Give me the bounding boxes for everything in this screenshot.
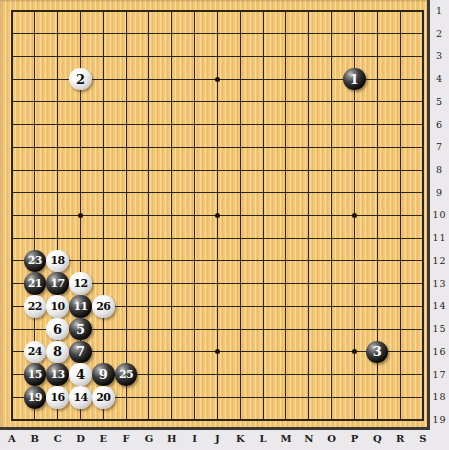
intersection-J2[interactable] xyxy=(206,22,229,45)
intersection-G19[interactable] xyxy=(138,409,161,432)
intersection-H15[interactable] xyxy=(160,318,183,341)
intersection-C17[interactable]: 13 xyxy=(46,363,69,386)
intersection-P10[interactable] xyxy=(343,204,366,227)
intersection-O9[interactable] xyxy=(320,181,343,204)
intersection-G7[interactable] xyxy=(138,136,161,159)
intersection-C16[interactable]: 8 xyxy=(46,340,69,363)
intersection-O16[interactable] xyxy=(320,340,343,363)
intersection-P9[interactable] xyxy=(343,181,366,204)
intersection-H5[interactable] xyxy=(160,91,183,114)
intersection-O3[interactable] xyxy=(320,45,343,68)
intersection-O17[interactable] xyxy=(320,363,343,386)
intersection-B3[interactable] xyxy=(23,45,46,68)
stone-white-18[interactable]: 18 xyxy=(46,250,69,273)
intersection-J18[interactable] xyxy=(206,386,229,409)
intersection-O19[interactable] xyxy=(320,409,343,432)
intersection-O11[interactable] xyxy=(320,227,343,250)
intersection-A18[interactable] xyxy=(1,386,24,409)
intersection-F8[interactable] xyxy=(115,159,138,182)
intersection-Q9[interactable] xyxy=(366,181,389,204)
intersection-K6[interactable] xyxy=(229,113,252,136)
intersection-Q2[interactable] xyxy=(366,22,389,45)
intersection-O6[interactable] xyxy=(320,113,343,136)
intersection-B5[interactable] xyxy=(23,91,46,114)
intersection-J4[interactable] xyxy=(206,68,229,91)
intersection-H12[interactable] xyxy=(160,250,183,273)
intersection-N19[interactable] xyxy=(297,409,320,432)
intersection-K16[interactable] xyxy=(229,340,252,363)
intersection-L10[interactable] xyxy=(252,204,275,227)
intersection-Q6[interactable] xyxy=(366,113,389,136)
intersection-E9[interactable] xyxy=(92,181,115,204)
intersection-I8[interactable] xyxy=(183,159,206,182)
intersection-F14[interactable] xyxy=(115,295,138,318)
intersection-A9[interactable] xyxy=(1,181,24,204)
intersection-A2[interactable] xyxy=(1,22,24,45)
intersection-K2[interactable] xyxy=(229,22,252,45)
intersection-B18[interactable]: 19 xyxy=(23,386,46,409)
intersection-B1[interactable] xyxy=(23,0,46,22)
intersection-A6[interactable] xyxy=(1,113,24,136)
intersection-R18[interactable] xyxy=(389,386,412,409)
intersection-C10[interactable] xyxy=(46,204,69,227)
intersection-L18[interactable] xyxy=(252,386,275,409)
intersection-F18[interactable] xyxy=(115,386,138,409)
intersection-E3[interactable] xyxy=(92,45,115,68)
intersection-G4[interactable] xyxy=(138,68,161,91)
intersection-R8[interactable] xyxy=(389,159,412,182)
intersection-C18[interactable]: 16 xyxy=(46,386,69,409)
stone-black-13[interactable]: 13 xyxy=(46,363,69,386)
intersection-I17[interactable] xyxy=(183,363,206,386)
stone-white-4[interactable]: 4 xyxy=(69,363,92,386)
intersection-B10[interactable] xyxy=(23,204,46,227)
intersection-K15[interactable] xyxy=(229,318,252,341)
intersection-P1[interactable] xyxy=(343,0,366,22)
intersection-B11[interactable] xyxy=(23,227,46,250)
intersection-P15[interactable] xyxy=(343,318,366,341)
stone-white-6[interactable]: 6 xyxy=(46,318,69,341)
intersection-Q19[interactable] xyxy=(366,409,389,432)
intersection-I15[interactable] xyxy=(183,318,206,341)
intersection-R14[interactable] xyxy=(389,295,412,318)
intersection-Q12[interactable] xyxy=(366,250,389,273)
intersection-Q15[interactable] xyxy=(366,318,389,341)
intersection-R10[interactable] xyxy=(389,204,412,227)
intersection-A19[interactable] xyxy=(1,409,24,432)
intersection-N8[interactable] xyxy=(297,159,320,182)
intersection-G8[interactable] xyxy=(138,159,161,182)
intersection-H11[interactable] xyxy=(160,227,183,250)
intersection-I3[interactable] xyxy=(183,45,206,68)
intersection-P19[interactable] xyxy=(343,409,366,432)
intersection-H16[interactable] xyxy=(160,340,183,363)
stone-black-11[interactable]: 11 xyxy=(69,295,92,318)
stone-white-20[interactable]: 20 xyxy=(92,386,115,409)
intersection-L7[interactable] xyxy=(252,136,275,159)
stone-black-25[interactable]: 25 xyxy=(115,363,138,386)
intersection-C13[interactable]: 17 xyxy=(46,272,69,295)
intersection-P13[interactable] xyxy=(343,272,366,295)
intersection-G16[interactable] xyxy=(138,340,161,363)
intersection-F3[interactable] xyxy=(115,45,138,68)
intersection-Q11[interactable] xyxy=(366,227,389,250)
intersection-J10[interactable] xyxy=(206,204,229,227)
intersection-H7[interactable] xyxy=(160,136,183,159)
intersection-C7[interactable] xyxy=(46,136,69,159)
intersection-R13[interactable] xyxy=(389,272,412,295)
intersection-E13[interactable] xyxy=(92,272,115,295)
intersection-P11[interactable] xyxy=(343,227,366,250)
intersection-A4[interactable] xyxy=(1,68,24,91)
intersection-G18[interactable] xyxy=(138,386,161,409)
intersection-E16[interactable] xyxy=(92,340,115,363)
intersection-J17[interactable] xyxy=(206,363,229,386)
intersection-C14[interactable]: 10 xyxy=(46,295,69,318)
intersection-B8[interactable] xyxy=(23,159,46,182)
stone-white-16[interactable]: 16 xyxy=(46,386,69,409)
intersection-F12[interactable] xyxy=(115,250,138,273)
intersection-R19[interactable] xyxy=(389,409,412,432)
intersection-K7[interactable] xyxy=(229,136,252,159)
intersection-L17[interactable] xyxy=(252,363,275,386)
intersection-R16[interactable] xyxy=(389,340,412,363)
intersection-I2[interactable] xyxy=(183,22,206,45)
intersection-D13[interactable]: 12 xyxy=(69,272,92,295)
intersection-P4[interactable]: 1 xyxy=(343,68,366,91)
intersection-F9[interactable] xyxy=(115,181,138,204)
intersection-R17[interactable] xyxy=(389,363,412,386)
intersection-M16[interactable] xyxy=(275,340,298,363)
intersection-C15[interactable]: 6 xyxy=(46,318,69,341)
intersection-D3[interactable] xyxy=(69,45,92,68)
intersection-G13[interactable] xyxy=(138,272,161,295)
intersection-J6[interactable] xyxy=(206,113,229,136)
intersection-M17[interactable] xyxy=(275,363,298,386)
intersection-P5[interactable] xyxy=(343,91,366,114)
intersection-L5[interactable] xyxy=(252,91,275,114)
intersection-N10[interactable] xyxy=(297,204,320,227)
intersection-I5[interactable] xyxy=(183,91,206,114)
intersection-E11[interactable] xyxy=(92,227,115,250)
intersection-A12[interactable] xyxy=(1,250,24,273)
intersection-D6[interactable] xyxy=(69,113,92,136)
intersection-M11[interactable] xyxy=(275,227,298,250)
stone-black-7[interactable]: 7 xyxy=(69,341,92,364)
intersection-D10[interactable] xyxy=(69,204,92,227)
intersection-J13[interactable] xyxy=(206,272,229,295)
intersection-F15[interactable] xyxy=(115,318,138,341)
intersection-Q3[interactable] xyxy=(366,45,389,68)
intersection-I1[interactable] xyxy=(183,0,206,22)
intersection-K14[interactable] xyxy=(229,295,252,318)
intersection-F7[interactable] xyxy=(115,136,138,159)
intersection-B7[interactable] xyxy=(23,136,46,159)
intersection-M6[interactable] xyxy=(275,113,298,136)
intersection-O4[interactable] xyxy=(320,68,343,91)
intersection-R7[interactable] xyxy=(389,136,412,159)
intersection-G9[interactable] xyxy=(138,181,161,204)
intersection-H2[interactable] xyxy=(160,22,183,45)
intersection-R5[interactable] xyxy=(389,91,412,114)
intersection-H9[interactable] xyxy=(160,181,183,204)
stone-white-22[interactable]: 22 xyxy=(24,295,47,318)
intersection-I18[interactable] xyxy=(183,386,206,409)
intersection-L14[interactable] xyxy=(252,295,275,318)
intersection-P14[interactable] xyxy=(343,295,366,318)
intersection-K1[interactable] xyxy=(229,0,252,22)
intersection-N9[interactable] xyxy=(297,181,320,204)
intersection-F1[interactable] xyxy=(115,0,138,22)
intersection-J15[interactable] xyxy=(206,318,229,341)
intersection-I11[interactable] xyxy=(183,227,206,250)
intersection-H14[interactable] xyxy=(160,295,183,318)
intersection-D7[interactable] xyxy=(69,136,92,159)
intersection-M13[interactable] xyxy=(275,272,298,295)
intersection-E8[interactable] xyxy=(92,159,115,182)
intersection-G1[interactable] xyxy=(138,0,161,22)
intersection-R9[interactable] xyxy=(389,181,412,204)
intersection-J16[interactable] xyxy=(206,340,229,363)
intersection-M4[interactable] xyxy=(275,68,298,91)
stone-black-5[interactable]: 5 xyxy=(69,318,92,341)
intersection-I19[interactable] xyxy=(183,409,206,432)
intersection-F4[interactable] xyxy=(115,68,138,91)
intersection-I12[interactable] xyxy=(183,250,206,273)
intersection-K13[interactable] xyxy=(229,272,252,295)
intersection-I10[interactable] xyxy=(183,204,206,227)
intersection-I14[interactable] xyxy=(183,295,206,318)
stone-white-26[interactable]: 26 xyxy=(92,295,115,318)
intersection-A5[interactable] xyxy=(1,91,24,114)
intersection-P8[interactable] xyxy=(343,159,366,182)
intersection-L1[interactable] xyxy=(252,0,275,22)
intersection-Q16[interactable]: 3 xyxy=(366,340,389,363)
intersection-P17[interactable] xyxy=(343,363,366,386)
stone-white-8[interactable]: 8 xyxy=(46,341,69,364)
intersection-D19[interactable] xyxy=(69,409,92,432)
intersection-R15[interactable] xyxy=(389,318,412,341)
intersection-R6[interactable] xyxy=(389,113,412,136)
intersection-A8[interactable] xyxy=(1,159,24,182)
intersection-I16[interactable] xyxy=(183,340,206,363)
intersection-J12[interactable] xyxy=(206,250,229,273)
stone-black-9[interactable]: 9 xyxy=(92,363,115,386)
stone-white-14[interactable]: 14 xyxy=(69,386,92,409)
intersection-N18[interactable] xyxy=(297,386,320,409)
intersection-D1[interactable] xyxy=(69,0,92,22)
intersection-D8[interactable] xyxy=(69,159,92,182)
intersection-G2[interactable] xyxy=(138,22,161,45)
intersection-J3[interactable] xyxy=(206,45,229,68)
intersection-O8[interactable] xyxy=(320,159,343,182)
intersection-D16[interactable]: 7 xyxy=(69,340,92,363)
stone-black-17[interactable]: 17 xyxy=(46,272,69,295)
intersection-N11[interactable] xyxy=(297,227,320,250)
intersection-P12[interactable] xyxy=(343,250,366,273)
intersection-H3[interactable] xyxy=(160,45,183,68)
intersection-K19[interactable] xyxy=(229,409,252,432)
stone-white-12[interactable]: 12 xyxy=(69,272,92,295)
intersection-R11[interactable] xyxy=(389,227,412,250)
intersection-O12[interactable] xyxy=(320,250,343,273)
intersection-O10[interactable] xyxy=(320,204,343,227)
intersection-N16[interactable] xyxy=(297,340,320,363)
intersection-M14[interactable] xyxy=(275,295,298,318)
intersection-M19[interactable] xyxy=(275,409,298,432)
intersection-N14[interactable] xyxy=(297,295,320,318)
intersection-D5[interactable] xyxy=(69,91,92,114)
intersection-B16[interactable]: 24 xyxy=(23,340,46,363)
intersection-A1[interactable] xyxy=(1,0,24,22)
intersection-L12[interactable] xyxy=(252,250,275,273)
intersection-B6[interactable] xyxy=(23,113,46,136)
intersection-Q4[interactable] xyxy=(366,68,389,91)
stone-black-1[interactable]: 1 xyxy=(343,68,366,91)
intersection-J19[interactable] xyxy=(206,409,229,432)
intersection-H8[interactable] xyxy=(160,159,183,182)
intersection-I9[interactable] xyxy=(183,181,206,204)
intersection-K4[interactable] xyxy=(229,68,252,91)
intersection-O5[interactable] xyxy=(320,91,343,114)
intersection-O18[interactable] xyxy=(320,386,343,409)
intersection-A13[interactable] xyxy=(1,272,24,295)
intersection-N17[interactable] xyxy=(297,363,320,386)
intersection-M18[interactable] xyxy=(275,386,298,409)
intersection-J8[interactable] xyxy=(206,159,229,182)
intersection-C12[interactable]: 18 xyxy=(46,250,69,273)
intersection-B4[interactable] xyxy=(23,68,46,91)
intersection-R3[interactable] xyxy=(389,45,412,68)
intersection-L13[interactable] xyxy=(252,272,275,295)
intersection-M7[interactable] xyxy=(275,136,298,159)
intersection-H6[interactable] xyxy=(160,113,183,136)
intersection-N12[interactable] xyxy=(297,250,320,273)
intersection-B15[interactable] xyxy=(23,318,46,341)
intersection-N4[interactable] xyxy=(297,68,320,91)
intersection-E5[interactable] xyxy=(92,91,115,114)
intersection-H10[interactable] xyxy=(160,204,183,227)
intersection-R4[interactable] xyxy=(389,68,412,91)
intersection-J5[interactable] xyxy=(206,91,229,114)
intersection-P3[interactable] xyxy=(343,45,366,68)
intersection-C4[interactable] xyxy=(46,68,69,91)
intersection-B13[interactable]: 21 xyxy=(23,272,46,295)
intersection-N13[interactable] xyxy=(297,272,320,295)
intersection-C11[interactable] xyxy=(46,227,69,250)
intersection-D4[interactable]: 2 xyxy=(69,68,92,91)
intersection-I13[interactable] xyxy=(183,272,206,295)
intersection-E12[interactable] xyxy=(92,250,115,273)
intersection-F13[interactable] xyxy=(115,272,138,295)
intersection-E18[interactable]: 20 xyxy=(92,386,115,409)
intersection-P6[interactable] xyxy=(343,113,366,136)
intersection-E10[interactable] xyxy=(92,204,115,227)
intersection-F10[interactable] xyxy=(115,204,138,227)
intersection-J14[interactable] xyxy=(206,295,229,318)
intersection-G5[interactable] xyxy=(138,91,161,114)
intersection-B2[interactable] xyxy=(23,22,46,45)
intersection-C5[interactable] xyxy=(46,91,69,114)
intersection-J11[interactable] xyxy=(206,227,229,250)
intersection-A14[interactable] xyxy=(1,295,24,318)
intersection-O1[interactable] xyxy=(320,0,343,22)
intersection-N5[interactable] xyxy=(297,91,320,114)
intersection-L6[interactable] xyxy=(252,113,275,136)
intersection-G15[interactable] xyxy=(138,318,161,341)
intersection-B19[interactable] xyxy=(23,409,46,432)
intersection-H19[interactable] xyxy=(160,409,183,432)
intersection-C8[interactable] xyxy=(46,159,69,182)
intersection-L3[interactable] xyxy=(252,45,275,68)
intersection-E4[interactable] xyxy=(92,68,115,91)
intersection-D9[interactable] xyxy=(69,181,92,204)
intersection-N6[interactable] xyxy=(297,113,320,136)
stone-white-2[interactable]: 2 xyxy=(69,68,92,91)
intersection-N7[interactable] xyxy=(297,136,320,159)
intersection-H4[interactable] xyxy=(160,68,183,91)
intersection-G17[interactable] xyxy=(138,363,161,386)
stone-black-3[interactable]: 3 xyxy=(366,341,389,364)
intersection-E14[interactable]: 26 xyxy=(92,295,115,318)
intersection-A10[interactable] xyxy=(1,204,24,227)
stone-black-21[interactable]: 21 xyxy=(24,272,47,295)
intersection-Q7[interactable] xyxy=(366,136,389,159)
intersection-G12[interactable] xyxy=(138,250,161,273)
intersection-A3[interactable] xyxy=(1,45,24,68)
intersection-E19[interactable] xyxy=(92,409,115,432)
intersection-L19[interactable] xyxy=(252,409,275,432)
intersection-I4[interactable] xyxy=(183,68,206,91)
intersection-D12[interactable] xyxy=(69,250,92,273)
stone-white-10[interactable]: 10 xyxy=(46,295,69,318)
intersection-L2[interactable] xyxy=(252,22,275,45)
intersection-K10[interactable] xyxy=(229,204,252,227)
intersection-P18[interactable] xyxy=(343,386,366,409)
intersection-A15[interactable] xyxy=(1,318,24,341)
intersection-C6[interactable] xyxy=(46,113,69,136)
intersection-C3[interactable] xyxy=(46,45,69,68)
intersection-D14[interactable]: 11 xyxy=(69,295,92,318)
intersection-L8[interactable] xyxy=(252,159,275,182)
intersection-P16[interactable] xyxy=(343,340,366,363)
intersection-L15[interactable] xyxy=(252,318,275,341)
intersection-C19[interactable] xyxy=(46,409,69,432)
intersection-M1[interactable] xyxy=(275,0,298,22)
intersection-K18[interactable] xyxy=(229,386,252,409)
intersection-K3[interactable] xyxy=(229,45,252,68)
intersection-M2[interactable] xyxy=(275,22,298,45)
intersection-G6[interactable] xyxy=(138,113,161,136)
intersection-B12[interactable]: 23 xyxy=(23,250,46,273)
intersection-O15[interactable] xyxy=(320,318,343,341)
intersection-D2[interactable] xyxy=(69,22,92,45)
intersection-P2[interactable] xyxy=(343,22,366,45)
stone-black-19[interactable]: 19 xyxy=(24,386,47,409)
intersection-O13[interactable] xyxy=(320,272,343,295)
intersection-M9[interactable] xyxy=(275,181,298,204)
stone-white-24[interactable]: 24 xyxy=(24,341,47,364)
intersection-E7[interactable] xyxy=(92,136,115,159)
intersection-Q10[interactable] xyxy=(366,204,389,227)
intersection-K12[interactable] xyxy=(229,250,252,273)
intersection-D11[interactable] xyxy=(69,227,92,250)
intersection-L16[interactable] xyxy=(252,340,275,363)
intersection-H13[interactable] xyxy=(160,272,183,295)
intersection-E17[interactable]: 9 xyxy=(92,363,115,386)
intersection-J7[interactable] xyxy=(206,136,229,159)
intersection-K9[interactable] xyxy=(229,181,252,204)
